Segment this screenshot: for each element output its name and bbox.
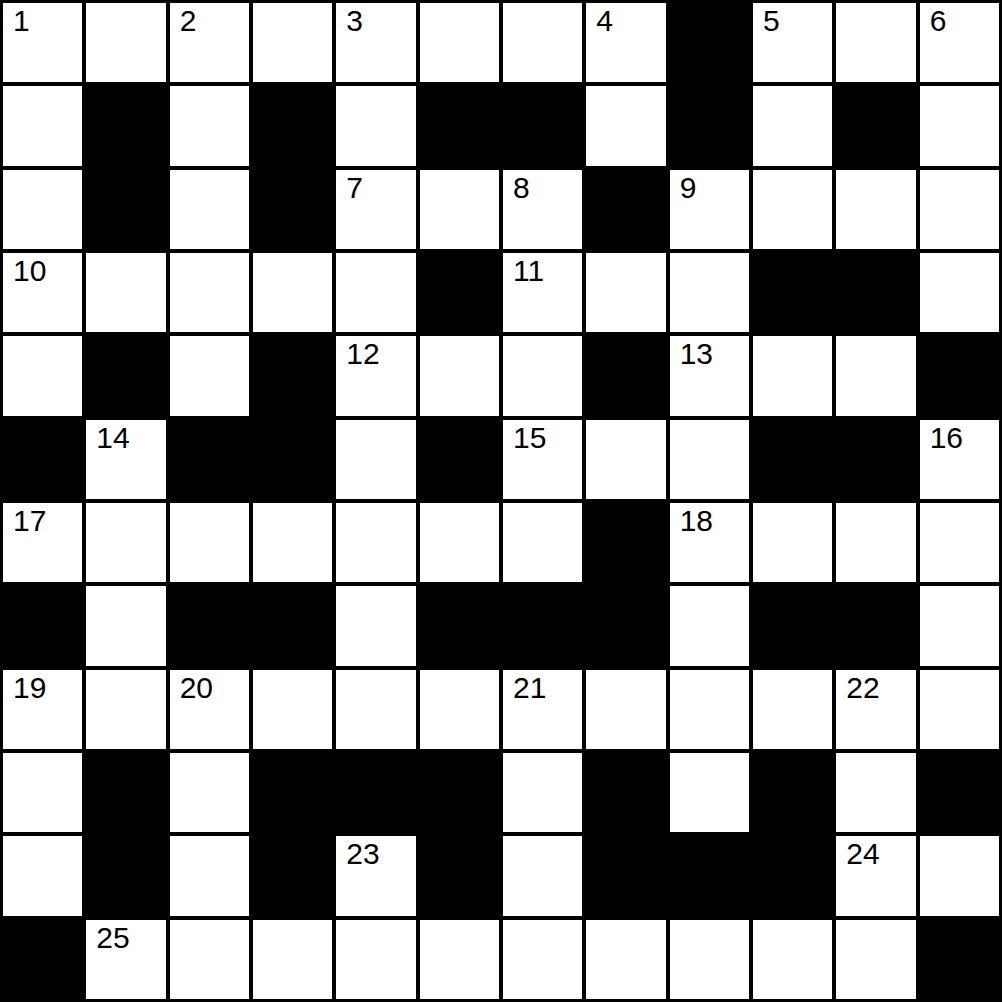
cell-r9-c8-white[interactable]	[670, 753, 749, 832]
cell-r5-c11-white[interactable]: 16	[920, 420, 999, 499]
cell-r3-c8-white[interactable]	[670, 253, 749, 332]
cell-r11-c5-white[interactable]	[420, 920, 499, 999]
cell-r1-c0-white[interactable]	[3, 86, 82, 165]
cell-r11-c10-white[interactable]	[836, 920, 915, 999]
cell-r6-c1-white[interactable]	[86, 503, 165, 582]
cell-r8-c9-white[interactable]	[753, 670, 832, 749]
clue-number-11: 11	[513, 256, 544, 286]
cell-r9-c6-white[interactable]	[503, 753, 582, 832]
cell-r4-c0-white[interactable]	[3, 336, 82, 415]
cell-r8-c11-white[interactable]	[920, 670, 999, 749]
cell-r10-c5-black	[420, 836, 499, 915]
cell-r3-c7-white[interactable]	[586, 253, 665, 332]
clue-number-13: 13	[680, 339, 713, 369]
clue-number-22: 22	[846, 673, 879, 703]
cell-r7-c2-black	[170, 586, 249, 665]
cell-r2-c10-white[interactable]	[836, 170, 915, 249]
cell-r4-c10-white[interactable]	[836, 336, 915, 415]
cell-r2-c2-white[interactable]	[170, 170, 249, 249]
cell-r1-c9-white[interactable]	[753, 86, 832, 165]
cell-r2-c0-white[interactable]	[3, 170, 82, 249]
cell-r8-c7-white[interactable]	[586, 670, 665, 749]
cell-r4-c4-white[interactable]: 12	[336, 336, 415, 415]
cell-r10-c2-white[interactable]	[170, 836, 249, 915]
clue-number-19: 19	[13, 673, 46, 703]
cell-r8-c0-white[interactable]: 19	[3, 670, 82, 749]
cell-r6-c11-white[interactable]	[920, 503, 999, 582]
cell-r6-c2-white[interactable]	[170, 503, 249, 582]
clue-number-24: 24	[846, 839, 879, 869]
cell-r0-c10-white[interactable]	[836, 3, 915, 82]
clue-number-2: 2	[180, 6, 197, 36]
cell-r9-c4-black	[336, 753, 415, 832]
cell-r3-c9-black	[753, 253, 832, 332]
cell-r4-c9-white[interactable]	[753, 336, 832, 415]
clue-number-9: 9	[680, 173, 697, 203]
cell-r7-c5-black	[420, 586, 499, 665]
cell-r5-c8-white[interactable]	[670, 420, 749, 499]
cell-r4-c11-black	[920, 336, 999, 415]
cell-r2-c5-white[interactable]	[420, 170, 499, 249]
cell-r7-c11-white[interactable]	[920, 586, 999, 665]
cell-r2-c6-white[interactable]: 8	[503, 170, 582, 249]
cell-r0-c7-white[interactable]: 4	[586, 3, 665, 82]
cell-r8-c10-white[interactable]: 22	[836, 670, 915, 749]
cell-r3-c0-white[interactable]: 10	[3, 253, 82, 332]
clue-number-16: 16	[930, 423, 963, 453]
cell-r10-c1-black	[86, 836, 165, 915]
cell-r1-c4-white[interactable]	[336, 86, 415, 165]
cell-r5-c10-black	[836, 420, 915, 499]
cell-r2-c4-white[interactable]: 7	[336, 170, 415, 249]
cell-r7-c0-black	[3, 586, 82, 665]
cell-r2-c11-white[interactable]	[920, 170, 999, 249]
cell-r11-c0-black	[3, 920, 82, 999]
cell-r7-c6-black	[503, 586, 582, 665]
cell-r5-c6-white[interactable]: 15	[503, 420, 582, 499]
cell-r0-c1-white[interactable]	[86, 3, 165, 82]
cell-r9-c7-black	[586, 753, 665, 832]
clue-number-3: 3	[346, 6, 363, 36]
crossword-grid: 1234567891011121314151617181920212223242…	[0, 0, 1002, 1002]
cell-r1-c7-white[interactable]	[586, 86, 665, 165]
cell-r6-c7-black	[586, 503, 665, 582]
cell-r0-c0-white[interactable]: 1	[3, 3, 82, 82]
cell-r0-c4-white[interactable]: 3	[336, 3, 415, 82]
cell-r2-c3-black	[253, 170, 332, 249]
cell-r0-c9-white[interactable]: 5	[753, 3, 832, 82]
cell-r1-c6-black	[503, 86, 582, 165]
cell-r9-c2-white[interactable]	[170, 753, 249, 832]
cell-r6-c9-white[interactable]	[753, 503, 832, 582]
cell-r2-c1-black	[86, 170, 165, 249]
cell-r11-c8-white[interactable]	[670, 920, 749, 999]
cell-r9-c0-white[interactable]	[3, 753, 82, 832]
cell-r1-c11-white[interactable]	[920, 86, 999, 165]
cell-r7-c8-white[interactable]	[670, 586, 749, 665]
cell-r7-c7-black	[586, 586, 665, 665]
cell-r5-c7-white[interactable]	[586, 420, 665, 499]
cell-r10-c3-black	[253, 836, 332, 915]
cell-r5-c0-black	[3, 420, 82, 499]
cell-r0-c5-white[interactable]	[420, 3, 499, 82]
cell-r8-c8-white[interactable]	[670, 670, 749, 749]
clue-number-7: 7	[346, 173, 363, 203]
cell-r1-c3-black	[253, 86, 332, 165]
cell-r3-c11-white[interactable]	[920, 253, 999, 332]
cell-r4-c8-white[interactable]: 13	[670, 336, 749, 415]
cell-r8-c5-white[interactable]	[420, 670, 499, 749]
cell-r3-c1-white[interactable]	[86, 253, 165, 332]
cell-r7-c3-black	[253, 586, 332, 665]
cell-r4-c3-black	[253, 336, 332, 415]
cell-r10-c7-black	[586, 836, 665, 915]
cell-r6-c10-white[interactable]	[836, 503, 915, 582]
cell-r5-c1-white[interactable]: 14	[86, 420, 165, 499]
cell-r3-c4-white[interactable]	[336, 253, 415, 332]
clue-number-12: 12	[346, 339, 379, 369]
cell-r7-c10-black	[836, 586, 915, 665]
cell-r6-c6-white[interactable]	[503, 503, 582, 582]
cell-r11-c9-white[interactable]	[753, 920, 832, 999]
cell-r8-c4-white[interactable]	[336, 670, 415, 749]
cell-r1-c10-black	[836, 86, 915, 165]
clue-number-15: 15	[513, 423, 546, 453]
clue-number-20: 20	[180, 673, 213, 703]
cell-r7-c4-white[interactable]	[336, 586, 415, 665]
cell-r8-c2-white[interactable]: 20	[170, 670, 249, 749]
cell-r6-c8-white[interactable]: 18	[670, 503, 749, 582]
cell-r6-c5-white[interactable]	[420, 503, 499, 582]
cell-r5-c4-white[interactable]	[336, 420, 415, 499]
cell-r1-c1-black	[86, 86, 165, 165]
clue-number-4: 4	[596, 6, 613, 36]
cell-r4-c6-white[interactable]	[503, 336, 582, 415]
cell-r9-c1-black	[86, 753, 165, 832]
clue-number-17: 17	[13, 506, 46, 536]
clue-number-1: 1	[13, 6, 30, 36]
cell-r10-c9-black	[753, 836, 832, 915]
cell-r11-c11-black	[920, 920, 999, 999]
cell-r8-c3-white[interactable]	[253, 670, 332, 749]
cell-r3-c2-white[interactable]	[170, 253, 249, 332]
cell-r7-c9-black	[753, 586, 832, 665]
cell-r7-c1-white[interactable]	[86, 586, 165, 665]
cell-r11-c3-white[interactable]	[253, 920, 332, 999]
clue-number-8: 8	[513, 173, 530, 203]
cell-r0-c8-black	[670, 3, 749, 82]
cell-r10-c4-white[interactable]: 23	[336, 836, 415, 915]
clue-number-18: 18	[680, 506, 713, 536]
cell-r11-c4-white[interactable]	[336, 920, 415, 999]
cell-r5-c2-black	[170, 420, 249, 499]
cell-r0-c11-white[interactable]: 6	[920, 3, 999, 82]
cell-r2-c9-white[interactable]	[753, 170, 832, 249]
cell-r8-c6-white[interactable]: 21	[503, 670, 582, 749]
cell-r9-c5-black	[420, 753, 499, 832]
clue-number-21: 21	[513, 673, 546, 703]
cell-r11-c2-white[interactable]	[170, 920, 249, 999]
cell-r9-c10-white[interactable]	[836, 753, 915, 832]
cell-r9-c9-black	[753, 753, 832, 832]
cell-r1-c2-white[interactable]	[170, 86, 249, 165]
cell-r8-c1-white[interactable]	[86, 670, 165, 749]
clue-number-10: 10	[13, 256, 46, 286]
cell-r5-c3-black	[253, 420, 332, 499]
cell-r3-c3-white[interactable]	[253, 253, 332, 332]
cell-r2-c8-white[interactable]: 9	[670, 170, 749, 249]
cell-r10-c6-white[interactable]	[503, 836, 582, 915]
cell-r10-c0-white[interactable]	[3, 836, 82, 915]
cell-r4-c7-black	[586, 336, 665, 415]
cell-r3-c5-black	[420, 253, 499, 332]
clue-number-5: 5	[763, 6, 780, 36]
cell-r11-c7-white[interactable]	[586, 920, 665, 999]
clue-number-23: 23	[346, 839, 379, 869]
cell-r11-c1-white[interactable]: 25	[86, 920, 165, 999]
cell-r3-c10-black	[836, 253, 915, 332]
cell-r10-c8-black	[670, 836, 749, 915]
cell-r10-c11-white[interactable]	[920, 836, 999, 915]
cell-r0-c3-white[interactable]	[253, 3, 332, 82]
cell-r9-c3-black	[253, 753, 332, 832]
cell-r5-c9-black	[753, 420, 832, 499]
cell-r3-c6-white[interactable]: 11	[503, 253, 582, 332]
cell-r6-c4-white[interactable]	[336, 503, 415, 582]
cell-r2-c7-black	[586, 170, 665, 249]
cell-r10-c10-white[interactable]: 24	[836, 836, 915, 915]
cell-r0-c6-white[interactable]	[503, 3, 582, 82]
cell-r4-c5-white[interactable]	[420, 336, 499, 415]
cell-r4-c2-white[interactable]	[170, 336, 249, 415]
clue-number-25: 25	[96, 923, 129, 953]
cell-r1-c8-black	[670, 86, 749, 165]
cell-r1-c5-black	[420, 86, 499, 165]
cell-r6-c3-white[interactable]	[253, 503, 332, 582]
cell-r9-c11-black	[920, 753, 999, 832]
cell-r11-c6-white[interactable]	[503, 920, 582, 999]
cell-r4-c1-black	[86, 336, 165, 415]
cell-r5-c5-black	[420, 420, 499, 499]
cell-r0-c2-white[interactable]: 2	[170, 3, 249, 82]
clue-number-6: 6	[930, 6, 947, 36]
clue-number-14: 14	[96, 423, 129, 453]
cell-r6-c0-white[interactable]: 17	[3, 503, 82, 582]
